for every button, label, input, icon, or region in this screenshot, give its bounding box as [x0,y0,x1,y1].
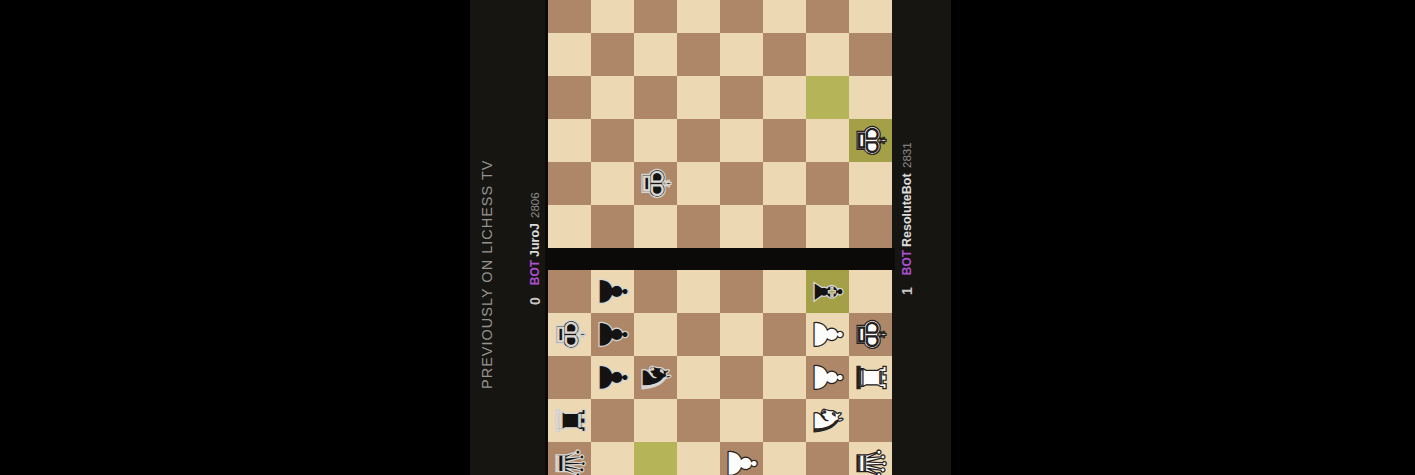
square-6-5 [763,162,806,205]
square-4-1 [591,442,634,475]
square-2-0 [548,0,591,33]
square-5-3 [677,119,720,162]
square-4-2 [634,76,677,119]
square-7-5 [763,205,806,248]
square-2-6 [806,0,849,33]
square-0-2 [634,270,677,313]
piece-wK: ♚ [849,317,892,353]
square-6-0 [548,162,591,205]
square-2-0 [548,356,591,399]
square-7-2 [634,205,677,248]
player2-score: 1 [899,287,915,295]
player2-bot-title: BOT [900,250,914,275]
square-1-4 [720,313,763,356]
square-3-1 [591,33,634,76]
lichess-tv-panel: PREVIOUSLY ON LICHESS TV 0BOTJuroJ2806 1… [470,0,951,475]
square-7-6 [806,205,849,248]
square-5-1 [591,119,634,162]
square-4-3 [677,442,720,475]
square-2-4 [720,0,763,33]
square-5-2 [634,119,677,162]
player1-bot-title: BOT [528,260,542,285]
piece-bP: ♟ [591,274,634,310]
board-divider [545,248,895,270]
piece-wP: ♟ [720,446,763,475]
square-3-7 [849,33,892,76]
square-3-2 [634,33,677,76]
piece-wQ: ♛ [849,446,892,475]
previous-game-board[interactable]: ♚♚ [548,0,892,248]
piece-wK: ♚ [849,123,892,159]
player1-name: JuroJ [528,223,542,257]
square-2-4 [720,356,763,399]
piece-wR: ♜ [849,360,892,396]
square-3-6: ♞ [806,399,849,442]
square-6-6 [806,162,849,205]
square-2-3 [677,356,720,399]
square-2-3 [677,0,720,33]
square-4-5 [763,76,806,119]
square-0-6: ♝ [806,270,849,313]
piece-bN: ♞ [634,360,677,396]
square-1-6: ♟ [806,313,849,356]
square-4-4: ♟ [720,442,763,475]
piece-bK: ♚ [634,166,677,202]
square-2-7: ♜ [849,356,892,399]
player1-score: 0 [527,297,543,305]
square-7-0 [548,205,591,248]
square-0-5 [763,270,806,313]
square-3-5 [763,399,806,442]
square-7-4 [720,205,763,248]
piece-wN: ♞ [806,403,849,439]
square-3-2 [634,399,677,442]
player2-line[interactable]: 1BOTResoluteBot2831 [898,0,918,295]
square-7-7 [849,205,892,248]
current-game-grid: ♟♝♚♟♟♚♟♞♟♜♜♞♛♟♛ [548,270,892,475]
square-3-5 [763,33,806,76]
square-0-0 [548,270,591,313]
square-2-7 [849,0,892,33]
square-1-2 [634,313,677,356]
previous-game-grid: ♚♚ [548,0,892,248]
piece-wP: ♟ [806,317,849,353]
square-5-7: ♚ [849,119,892,162]
square-0-1: ♟ [591,270,634,313]
square-4-0 [548,76,591,119]
square-2-5 [763,356,806,399]
square-3-3 [677,399,720,442]
piece-bP: ♟ [591,317,634,353]
square-2-2 [634,0,677,33]
square-0-4 [720,270,763,313]
square-4-6 [806,76,849,119]
square-3-3 [677,33,720,76]
piece-bK: ♚ [548,317,591,353]
square-3-7 [849,399,892,442]
square-4-3 [677,76,720,119]
player2-rating: 2831 [901,143,913,169]
square-5-5 [763,119,806,162]
square-4-0: ♛ [548,442,591,475]
square-4-7: ♛ [849,442,892,475]
piece-bR: ♜ [548,403,591,439]
square-3-4 [720,399,763,442]
square-6-2: ♚ [634,162,677,205]
square-2-1: ♟ [591,356,634,399]
square-1-7: ♚ [849,313,892,356]
square-5-6 [806,119,849,162]
square-6-1 [591,162,634,205]
piece-bP: ♟ [591,360,634,396]
player2-name: ResoluteBot [900,173,914,247]
square-6-4 [720,162,763,205]
square-7-3 [677,205,720,248]
square-1-3 [677,313,720,356]
square-2-6: ♟ [806,356,849,399]
piece-bQ: ♛ [548,446,591,475]
square-5-4 [720,119,763,162]
piece-wP: ♟ [806,360,849,396]
square-2-2: ♞ [634,356,677,399]
square-6-7 [849,162,892,205]
square-7-1 [591,205,634,248]
square-4-4 [720,76,763,119]
square-4-5 [763,442,806,475]
square-3-0: ♜ [548,399,591,442]
page-title: PREVIOUSLY ON LICHESS TV [479,0,505,389]
square-1-0: ♚ [548,313,591,356]
square-4-7 [849,76,892,119]
square-2-1 [591,0,634,33]
square-4-2 [634,442,677,475]
square-0-7 [849,270,892,313]
square-3-6 [806,33,849,76]
square-0-3 [677,270,720,313]
square-3-4 [720,33,763,76]
current-game-board[interactable]: ♟♝♚♟♟♚♟♞♟♜♜♞♛♟♛ [548,270,892,475]
square-4-1 [591,76,634,119]
player1-rating: 2806 [529,192,541,218]
square-4-6 [806,442,849,475]
square-6-3 [677,162,720,205]
square-2-5 [763,0,806,33]
square-3-0 [548,33,591,76]
square-3-1 [591,399,634,442]
square-1-1: ♟ [591,313,634,356]
square-5-0 [548,119,591,162]
square-1-5 [763,313,806,356]
piece-bB: ♝ [806,274,849,310]
video-frame: PREVIOUSLY ON LICHESS TV 0BOTJuroJ2806 1… [0,0,1415,475]
player1-line[interactable]: 0BOTJuroJ2806 [526,0,546,305]
